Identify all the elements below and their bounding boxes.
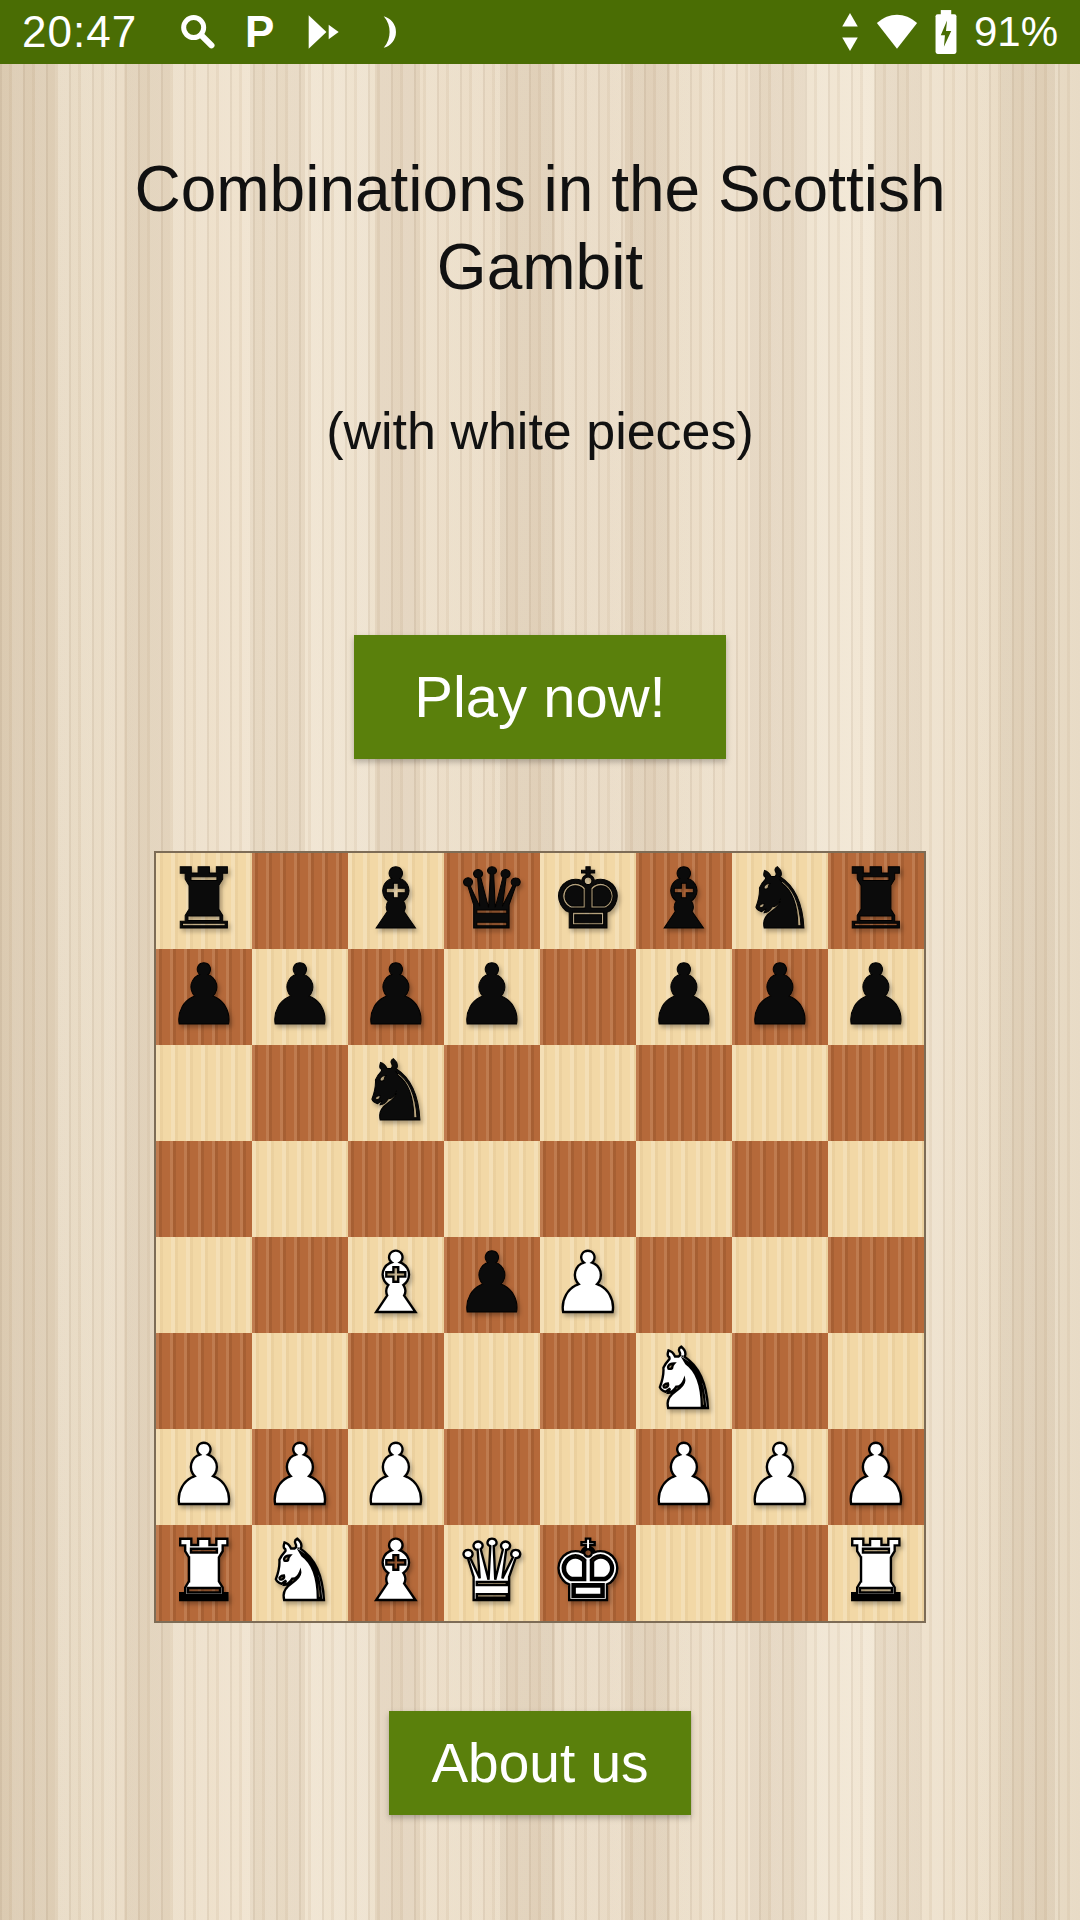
square-c3 xyxy=(348,1333,444,1429)
black-pawn: ♟ xyxy=(636,949,732,1045)
status-bar-left-icons: P xyxy=(177,10,408,54)
square-b1: ♞ xyxy=(252,1525,348,1621)
white-bishop: ♝ xyxy=(348,1525,444,1621)
square-g5 xyxy=(732,1141,828,1237)
black-pawn: ♟ xyxy=(444,949,540,1045)
square-f1 xyxy=(636,1525,732,1621)
white-knight: ♞ xyxy=(252,1525,348,1621)
square-a3 xyxy=(156,1333,252,1429)
clock: 20:47 xyxy=(22,7,137,57)
search-icon xyxy=(177,12,217,52)
white-rook: ♜ xyxy=(828,1525,924,1621)
square-b8 xyxy=(252,853,348,949)
black-pawn: ♟ xyxy=(828,949,924,1045)
square-c4: ♝ xyxy=(348,1237,444,1333)
square-e8: ♚ xyxy=(540,853,636,949)
play-store-icon xyxy=(302,12,342,52)
square-b5 xyxy=(252,1141,348,1237)
square-g4 xyxy=(732,1237,828,1333)
square-d2 xyxy=(444,1429,540,1525)
white-pawn: ♟ xyxy=(156,1429,252,1525)
main-content: Combinations in the Scottish Gambit (wit… xyxy=(0,150,1080,1815)
page-title: Combinations in the Scottish Gambit xyxy=(60,150,1020,306)
square-h8: ♜ xyxy=(828,853,924,949)
square-b2: ♟ xyxy=(252,1429,348,1525)
white-pawn: ♟ xyxy=(348,1429,444,1525)
square-g1 xyxy=(732,1525,828,1621)
square-b6 xyxy=(252,1045,348,1141)
black-bishop: ♝ xyxy=(636,853,732,949)
square-d8: ♛ xyxy=(444,853,540,949)
square-e3 xyxy=(540,1333,636,1429)
black-pawn: ♟ xyxy=(252,949,348,1045)
battery-percent: 91% xyxy=(974,8,1058,56)
square-a1: ♜ xyxy=(156,1525,252,1621)
white-knight: ♞ xyxy=(636,1333,732,1429)
app-screen: 20:47 P xyxy=(0,0,1080,1920)
night-mode-crescent-icon xyxy=(370,12,408,52)
square-d7: ♟ xyxy=(444,949,540,1045)
black-queen: ♛ xyxy=(444,853,540,949)
square-e6 xyxy=(540,1045,636,1141)
square-d3 xyxy=(444,1333,540,1429)
white-bishop: ♝ xyxy=(348,1237,444,1333)
about-us-button[interactable]: About us xyxy=(389,1711,691,1815)
square-d6 xyxy=(444,1045,540,1141)
square-h3 xyxy=(828,1333,924,1429)
square-h5 xyxy=(828,1141,924,1237)
square-e7 xyxy=(540,949,636,1045)
black-pawn: ♟ xyxy=(732,949,828,1045)
square-c2: ♟ xyxy=(348,1429,444,1525)
square-c1: ♝ xyxy=(348,1525,444,1621)
status-bar: 20:47 P xyxy=(0,0,1080,64)
p-app-icon: P xyxy=(245,10,274,54)
black-rook: ♜ xyxy=(156,853,252,949)
square-g8: ♞ xyxy=(732,853,828,949)
play-now-button[interactable]: Play now! xyxy=(354,635,726,759)
black-knight: ♞ xyxy=(732,853,828,949)
black-pawn: ♟ xyxy=(444,1237,540,1333)
square-b4 xyxy=(252,1237,348,1333)
white-pawn: ♟ xyxy=(828,1429,924,1525)
square-c8: ♝ xyxy=(348,853,444,949)
white-queen: ♛ xyxy=(444,1525,540,1621)
black-king: ♚ xyxy=(540,853,636,949)
square-c6: ♞ xyxy=(348,1045,444,1141)
square-e4: ♟ xyxy=(540,1237,636,1333)
square-c7: ♟ xyxy=(348,949,444,1045)
white-pawn: ♟ xyxy=(252,1429,348,1525)
square-f2: ♟ xyxy=(636,1429,732,1525)
page-subtitle: (with white pieces) xyxy=(60,400,1020,462)
square-d5 xyxy=(444,1141,540,1237)
square-a8: ♜ xyxy=(156,853,252,949)
square-e1: ♚ xyxy=(540,1525,636,1621)
square-d1: ♛ xyxy=(444,1525,540,1621)
black-pawn: ♟ xyxy=(348,949,444,1045)
black-knight: ♞ xyxy=(348,1045,444,1141)
data-updown-icon xyxy=(838,12,862,52)
white-pawn: ♟ xyxy=(636,1429,732,1525)
black-rook: ♜ xyxy=(828,853,924,949)
square-f5 xyxy=(636,1141,732,1237)
square-a4 xyxy=(156,1237,252,1333)
square-h7: ♟ xyxy=(828,949,924,1045)
white-king: ♚ xyxy=(540,1525,636,1621)
square-f6 xyxy=(636,1045,732,1141)
square-d4: ♟ xyxy=(444,1237,540,1333)
white-pawn: ♟ xyxy=(540,1237,636,1333)
white-rook: ♜ xyxy=(156,1525,252,1621)
square-f4 xyxy=(636,1237,732,1333)
wifi-icon xyxy=(874,13,920,51)
status-bar-right-icons: 91% xyxy=(838,8,1058,56)
square-b3 xyxy=(252,1333,348,1429)
square-a5 xyxy=(156,1141,252,1237)
square-e5 xyxy=(540,1141,636,1237)
square-f7: ♟ xyxy=(636,949,732,1045)
chess-board: ♜♝♛♚♝♞♜♟♟♟♟♟♟♟♞♝♟♟♞♟♟♟♟♟♟♜♞♝♛♚♜ xyxy=(154,851,926,1623)
square-f8: ♝ xyxy=(636,853,732,949)
square-f3: ♞ xyxy=(636,1333,732,1429)
square-g7: ♟ xyxy=(732,949,828,1045)
square-g6 xyxy=(732,1045,828,1141)
black-pawn: ♟ xyxy=(156,949,252,1045)
black-bishop: ♝ xyxy=(348,853,444,949)
battery-charging-icon xyxy=(932,9,960,55)
square-e2 xyxy=(540,1429,636,1525)
square-g3 xyxy=(732,1333,828,1429)
square-g2: ♟ xyxy=(732,1429,828,1525)
square-h6 xyxy=(828,1045,924,1141)
square-h4 xyxy=(828,1237,924,1333)
square-a2: ♟ xyxy=(156,1429,252,1525)
square-h2: ♟ xyxy=(828,1429,924,1525)
white-pawn: ♟ xyxy=(732,1429,828,1525)
square-a6 xyxy=(156,1045,252,1141)
square-h1: ♜ xyxy=(828,1525,924,1621)
square-a7: ♟ xyxy=(156,949,252,1045)
square-b7: ♟ xyxy=(252,949,348,1045)
square-c5 xyxy=(348,1141,444,1237)
